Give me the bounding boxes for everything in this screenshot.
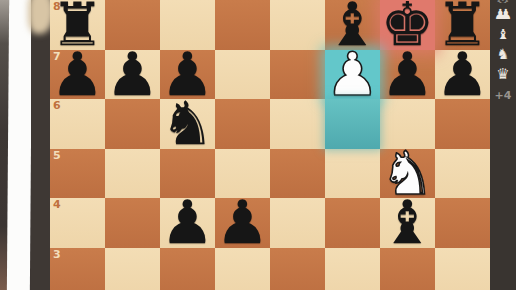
- square-f5[interactable]: [325, 149, 380, 199]
- square-e6[interactable]: [270, 99, 325, 149]
- square-d6[interactable]: [215, 99, 270, 149]
- square-b7[interactable]: ♟: [105, 50, 160, 100]
- square-f8[interactable]: ♝: [325, 0, 380, 50]
- square-h5[interactable]: [435, 149, 490, 199]
- square-e4[interactable]: [270, 198, 325, 248]
- black-pawn[interactable]: ♟: [381, 50, 435, 99]
- square-a4[interactable]: 4: [50, 198, 105, 248]
- captured-bishop-icon: ♝: [497, 26, 510, 43]
- board-left-gutter: [31, 0, 50, 290]
- rank-label-6: 6: [53, 99, 61, 112]
- rank-label-4: 4: [53, 198, 61, 211]
- black-pawn[interactable]: ♟: [436, 50, 490, 99]
- chess-board: 8♜♝♚♜7♟♟♟♟♟♟6♞5♞4♟♟♝3: [50, 0, 490, 290]
- square-c6[interactable]: ♞: [160, 99, 215, 149]
- material-tray: ⚙ ♟♟ ♝ ♞ ♛ +4: [490, 0, 516, 290]
- square-e5[interactable]: [270, 149, 325, 199]
- square-f6[interactable]: [325, 99, 380, 149]
- black-knight[interactable]: ♞: [161, 99, 215, 148]
- square-d4[interactable]: ♟: [215, 198, 270, 248]
- square-b5[interactable]: [105, 149, 160, 199]
- rank-label-3: 3: [53, 248, 61, 261]
- square-e7[interactable]: [270, 50, 325, 100]
- square-b3[interactable]: [105, 248, 160, 290]
- black-bishop[interactable]: ♝: [381, 198, 435, 247]
- captured-pawns-icon: ♟♟: [494, 6, 512, 23]
- square-f3[interactable]: [325, 248, 380, 290]
- square-a5[interactable]: 5: [50, 149, 105, 199]
- square-b4[interactable]: [105, 198, 160, 248]
- gear-icon[interactable]: ⚙: [496, 0, 509, 3]
- captured-knight-icon: ♞: [497, 46, 510, 63]
- square-e8[interactable]: [270, 0, 325, 50]
- rank-label-8: 8: [53, 0, 61, 13]
- background-strip: [7, 0, 32, 290]
- square-e3[interactable]: [270, 248, 325, 290]
- black-pawn[interactable]: ♟: [216, 198, 270, 247]
- square-g7[interactable]: ♟: [380, 50, 435, 100]
- square-c4[interactable]: ♟: [160, 198, 215, 248]
- square-h4[interactable]: [435, 198, 490, 248]
- square-f4[interactable]: [325, 198, 380, 248]
- square-a7[interactable]: 7♟: [50, 50, 105, 100]
- square-h7[interactable]: ♟: [435, 50, 490, 100]
- material-advantage-badge: +4: [495, 89, 512, 102]
- square-d7[interactable]: [215, 50, 270, 100]
- black-bishop[interactable]: ♝: [326, 0, 380, 49]
- black-pawn[interactable]: ♟: [106, 50, 160, 99]
- square-h3[interactable]: [435, 248, 490, 290]
- square-g4[interactable]: ♝: [380, 198, 435, 248]
- captured-queen-icon: ♛: [496, 66, 509, 83]
- rank-label-5: 5: [53, 149, 61, 162]
- black-pawn[interactable]: ♟: [161, 198, 215, 247]
- rank-label-7: 7: [53, 50, 61, 63]
- square-a3[interactable]: 3: [50, 248, 105, 290]
- app-window: 8♜♝♚♜7♟♟♟♟♟♟6♞5♞4♟♟♝3 ⚙ ♟♟ ♝ ♞ ♛ +4: [0, 0, 516, 290]
- square-d8[interactable]: [215, 0, 270, 50]
